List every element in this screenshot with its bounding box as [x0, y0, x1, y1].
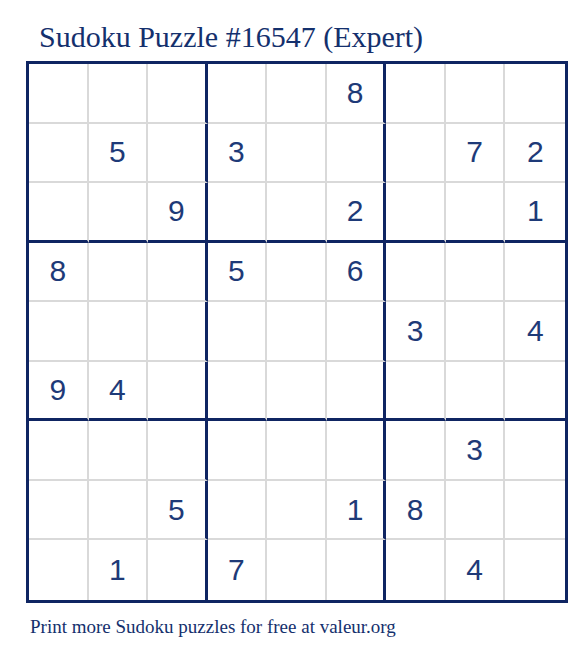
cell-r8c1 [29, 481, 89, 541]
cell-r9c2: 1 [89, 540, 149, 600]
cell-r3c6: 2 [327, 183, 387, 243]
cell-r5c7: 3 [386, 302, 446, 362]
cell-r2c4: 3 [208, 124, 268, 184]
cell-r2c1 [29, 124, 89, 184]
cell-r3c2 [89, 183, 149, 243]
cell-r5c4 [208, 302, 268, 362]
cell-r1c8 [446, 64, 506, 124]
cell-r2c5 [267, 124, 327, 184]
cell-r9c5 [267, 540, 327, 600]
footer-text: Print more Sudoku puzzles for free at va… [30, 616, 396, 638]
cell-r4c9 [505, 243, 565, 303]
sudoku-board: 8537292185634943518174 [26, 61, 568, 603]
cell-r8c6: 1 [327, 481, 387, 541]
cell-r6c6 [327, 362, 387, 422]
page-title: Sudoku Puzzle #16547 (Expert) [39, 20, 423, 54]
cell-r9c6 [327, 540, 387, 600]
cell-r3c1 [29, 183, 89, 243]
cell-r3c5 [267, 183, 327, 243]
cell-r3c4 [208, 183, 268, 243]
cell-r4c4: 5 [208, 243, 268, 303]
cell-r7c4 [208, 421, 268, 481]
cell-r7c7 [386, 421, 446, 481]
cell-r9c3 [148, 540, 208, 600]
cell-r7c6 [327, 421, 387, 481]
cell-r4c6: 6 [327, 243, 387, 303]
cell-r4c5 [267, 243, 327, 303]
cell-r6c2: 4 [89, 362, 149, 422]
cell-r9c9 [505, 540, 565, 600]
cell-r1c1 [29, 64, 89, 124]
cell-r6c3 [148, 362, 208, 422]
cell-r8c7: 8 [386, 481, 446, 541]
cell-r8c3: 5 [148, 481, 208, 541]
cell-r8c4 [208, 481, 268, 541]
cell-r7c1 [29, 421, 89, 481]
cell-r9c7 [386, 540, 446, 600]
cell-r4c7 [386, 243, 446, 303]
cell-r5c8 [446, 302, 506, 362]
cell-r4c8 [446, 243, 506, 303]
cell-r1c7 [386, 64, 446, 124]
cell-r2c8: 7 [446, 124, 506, 184]
cell-r7c3 [148, 421, 208, 481]
cell-r5c9: 4 [505, 302, 565, 362]
cell-r1c3 [148, 64, 208, 124]
cell-r1c2 [89, 64, 149, 124]
cell-r5c2 [89, 302, 149, 362]
cell-r6c9 [505, 362, 565, 422]
cell-r7c9 [505, 421, 565, 481]
cell-r7c5 [267, 421, 327, 481]
cell-r9c8: 4 [446, 540, 506, 600]
cell-r3c7 [386, 183, 446, 243]
cell-r2c3 [148, 124, 208, 184]
cell-r8c2 [89, 481, 149, 541]
cell-r1c5 [267, 64, 327, 124]
cell-r5c5 [267, 302, 327, 362]
cell-r8c8 [446, 481, 506, 541]
cell-r5c3 [148, 302, 208, 362]
cell-r1c9 [505, 64, 565, 124]
cell-r6c4 [208, 362, 268, 422]
cell-r9c1 [29, 540, 89, 600]
cell-r9c4: 7 [208, 540, 268, 600]
cell-r5c1 [29, 302, 89, 362]
cell-r4c3 [148, 243, 208, 303]
cell-r2c7 [386, 124, 446, 184]
cell-r2c6 [327, 124, 387, 184]
cell-r8c5 [267, 481, 327, 541]
cell-r7c8: 3 [446, 421, 506, 481]
cell-r3c3: 9 [148, 183, 208, 243]
cell-r4c1: 8 [29, 243, 89, 303]
cell-r6c5 [267, 362, 327, 422]
cell-r3c9: 1 [505, 183, 565, 243]
cell-r6c7 [386, 362, 446, 422]
cell-r2c9: 2 [505, 124, 565, 184]
cell-r6c8 [446, 362, 506, 422]
cell-r8c9 [505, 481, 565, 541]
cell-r2c2: 5 [89, 124, 149, 184]
cell-r1c6: 8 [327, 64, 387, 124]
cell-r1c4 [208, 64, 268, 124]
cell-r3c8 [446, 183, 506, 243]
cell-r4c2 [89, 243, 149, 303]
cell-r6c1: 9 [29, 362, 89, 422]
cell-r5c6 [327, 302, 387, 362]
cell-r7c2 [89, 421, 149, 481]
